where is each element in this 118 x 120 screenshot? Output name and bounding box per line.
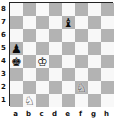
square-g8[interactable] bbox=[88, 3, 101, 16]
square-d1[interactable] bbox=[49, 94, 62, 107]
rank-label-1: 1 bbox=[0, 93, 9, 106]
square-h1[interactable] bbox=[101, 94, 114, 107]
square-d3[interactable] bbox=[49, 68, 62, 81]
white-knight-piece: ♘ bbox=[24, 95, 35, 107]
rank-label-4: 4 bbox=[0, 54, 9, 67]
square-e7[interactable]: ♝ bbox=[62, 16, 75, 29]
rank-label-3: 3 bbox=[0, 67, 9, 80]
square-a8[interactable] bbox=[10, 3, 23, 16]
square-e4[interactable] bbox=[62, 55, 75, 68]
square-g5[interactable] bbox=[88, 42, 101, 55]
rank-label-2: 2 bbox=[0, 80, 9, 93]
square-d5[interactable] bbox=[49, 42, 62, 55]
rank-label-8: 8 bbox=[0, 2, 9, 15]
rank-label-6: 6 bbox=[0, 28, 9, 41]
square-h5[interactable] bbox=[101, 42, 114, 55]
square-a3[interactable] bbox=[10, 68, 23, 81]
square-h7[interactable] bbox=[101, 16, 114, 29]
square-a7[interactable] bbox=[10, 16, 23, 29]
square-c4[interactable]: ♔ bbox=[36, 55, 49, 68]
square-g6[interactable] bbox=[88, 29, 101, 42]
square-a2[interactable] bbox=[10, 81, 23, 94]
square-b1[interactable]: ♘ bbox=[23, 94, 36, 107]
file-label-h: h bbox=[100, 108, 113, 119]
square-a5[interactable]: ♟ bbox=[10, 42, 23, 55]
square-b7[interactable] bbox=[23, 16, 36, 29]
square-d7[interactable] bbox=[49, 16, 62, 29]
square-e8[interactable] bbox=[62, 3, 75, 16]
file-labels: abcdefgh bbox=[9, 108, 113, 119]
square-f3[interactable] bbox=[75, 68, 88, 81]
square-a4[interactable]: ♚ bbox=[10, 55, 23, 68]
square-h3[interactable] bbox=[101, 68, 114, 81]
rank-label-5: 5 bbox=[0, 41, 9, 54]
file-label-c: c bbox=[35, 108, 48, 119]
square-c1[interactable] bbox=[36, 94, 49, 107]
square-h8[interactable] bbox=[101, 3, 114, 16]
square-c7[interactable] bbox=[36, 16, 49, 29]
square-f4[interactable] bbox=[75, 55, 88, 68]
square-f5[interactable] bbox=[75, 42, 88, 55]
file-label-g: g bbox=[87, 108, 100, 119]
file-label-f: f bbox=[74, 108, 87, 119]
square-c5[interactable] bbox=[36, 42, 49, 55]
file-label-b: b bbox=[22, 108, 35, 119]
file-label-a: a bbox=[9, 108, 22, 119]
square-g2[interactable] bbox=[88, 81, 101, 94]
square-e3[interactable] bbox=[62, 68, 75, 81]
square-f7[interactable] bbox=[75, 16, 88, 29]
square-e1[interactable] bbox=[62, 94, 75, 107]
square-d4[interactable] bbox=[49, 55, 62, 68]
square-c3[interactable] bbox=[36, 68, 49, 81]
square-f1[interactable] bbox=[75, 94, 88, 107]
square-c2[interactable] bbox=[36, 81, 49, 94]
rank-label-7: 7 bbox=[0, 15, 9, 28]
square-b8[interactable] bbox=[23, 3, 36, 16]
square-f6[interactable] bbox=[75, 29, 88, 42]
square-h6[interactable] bbox=[101, 29, 114, 42]
square-b4[interactable] bbox=[23, 55, 36, 68]
square-g3[interactable] bbox=[88, 68, 101, 81]
square-e2[interactable] bbox=[62, 81, 75, 94]
square-f2[interactable]: ♘ bbox=[75, 81, 88, 94]
chess-board: ♝♟♚♔♘♘ bbox=[9, 2, 113, 106]
square-b5[interactable] bbox=[23, 42, 36, 55]
square-d8[interactable] bbox=[49, 3, 62, 16]
square-e5[interactable] bbox=[62, 42, 75, 55]
white-knight-piece: ♘ bbox=[76, 82, 87, 94]
square-c6[interactable] bbox=[36, 29, 49, 42]
square-e6[interactable] bbox=[62, 29, 75, 42]
square-g7[interactable] bbox=[88, 16, 101, 29]
rank-labels: 87654321 bbox=[0, 2, 9, 106]
square-d6[interactable] bbox=[49, 29, 62, 42]
square-a6[interactable] bbox=[10, 29, 23, 42]
black-king-piece: ♚ bbox=[11, 56, 22, 68]
black-pawn-piece: ♟ bbox=[11, 43, 22, 55]
square-f8[interactable] bbox=[75, 3, 88, 16]
file-label-d: d bbox=[48, 108, 61, 119]
square-c8[interactable] bbox=[36, 3, 49, 16]
square-h4[interactable] bbox=[101, 55, 114, 68]
square-g4[interactable] bbox=[88, 55, 101, 68]
square-h2[interactable] bbox=[101, 81, 114, 94]
square-b3[interactable] bbox=[23, 68, 36, 81]
white-king-piece: ♔ bbox=[37, 56, 48, 68]
square-b6[interactable] bbox=[23, 29, 36, 42]
square-a1[interactable] bbox=[10, 94, 23, 107]
square-g1[interactable] bbox=[88, 94, 101, 107]
chess-diagram: 87654321 ♝♟♚♔♘♘ abcdefgh bbox=[0, 0, 118, 120]
file-label-e: e bbox=[61, 108, 74, 119]
black-bishop-piece: ♝ bbox=[63, 17, 74, 29]
square-b2[interactable] bbox=[23, 81, 36, 94]
square-d2[interactable] bbox=[49, 81, 62, 94]
